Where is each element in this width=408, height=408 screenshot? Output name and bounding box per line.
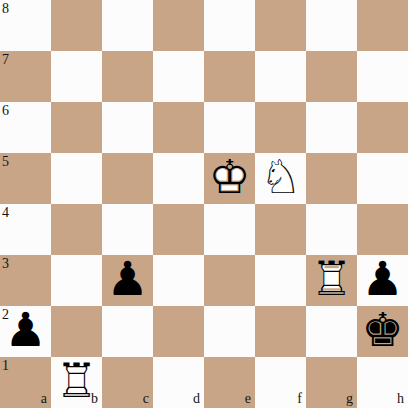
square-d1[interactable]: d	[153, 357, 204, 408]
black-king-icon: ♚	[361, 304, 403, 355]
file-label-a: a	[41, 392, 47, 406]
square-f4[interactable]	[255, 204, 306, 255]
square-c2[interactable]	[102, 306, 153, 357]
white-rook-icon: ♖	[55, 355, 97, 406]
black-pawn-icon: ♟	[106, 253, 148, 304]
rank-label-3: 3	[2, 257, 9, 271]
square-c1[interactable]: c	[102, 357, 153, 408]
square-h6[interactable]	[357, 102, 408, 153]
square-h4[interactable]	[357, 204, 408, 255]
square-e4[interactable]	[204, 204, 255, 255]
file-label-d: d	[193, 392, 200, 406]
piece-white-rook-b1[interactable]: ♜♖	[51, 357, 102, 408]
square-g5[interactable]	[306, 153, 357, 204]
square-e8[interactable]	[204, 0, 255, 51]
square-e1[interactable]: e	[204, 357, 255, 408]
square-d5[interactable]	[153, 153, 204, 204]
square-g2[interactable]	[306, 306, 357, 357]
chess-board: 8765♚♔♞♘43♟♜♖♟2♟♚1ab♜♖cdefgh	[0, 0, 408, 408]
square-c4[interactable]	[102, 204, 153, 255]
square-b7[interactable]	[51, 51, 102, 102]
square-g4[interactable]	[306, 204, 357, 255]
white-king-icon: ♔	[208, 151, 250, 202]
rank-label-7: 7	[2, 53, 9, 67]
piece-black-pawn-h3[interactable]: ♟	[357, 255, 408, 306]
piece-black-pawn-c3[interactable]: ♟	[102, 255, 153, 306]
square-g1[interactable]: g	[306, 357, 357, 408]
black-pawn-icon: ♟	[361, 253, 403, 304]
square-g8[interactable]	[306, 0, 357, 51]
square-h1[interactable]: h	[357, 357, 408, 408]
file-label-h: h	[397, 392, 404, 406]
white-knight-icon: ♘	[259, 151, 301, 202]
square-c7[interactable]	[102, 51, 153, 102]
square-a3[interactable]: 3	[0, 255, 51, 306]
piece-white-king-e5[interactable]: ♚♔	[204, 153, 255, 204]
square-f8[interactable]	[255, 0, 306, 51]
rank-label-6: 6	[2, 104, 9, 118]
file-label-c: c	[143, 392, 149, 406]
square-d3[interactable]	[153, 255, 204, 306]
square-f3[interactable]	[255, 255, 306, 306]
piece-black-pawn-a2[interactable]: ♟	[0, 306, 51, 357]
square-h3[interactable]: ♟	[357, 255, 408, 306]
square-e5[interactable]: ♚♔	[204, 153, 255, 204]
square-d6[interactable]	[153, 102, 204, 153]
square-c6[interactable]	[102, 102, 153, 153]
square-f1[interactable]: f	[255, 357, 306, 408]
square-e6[interactable]	[204, 102, 255, 153]
white-rook-icon: ♖	[310, 253, 352, 304]
piece-black-king-h2[interactable]: ♚	[357, 306, 408, 357]
square-e2[interactable]	[204, 306, 255, 357]
rank-label-4: 4	[2, 206, 9, 220]
square-b6[interactable]	[51, 102, 102, 153]
square-d4[interactable]	[153, 204, 204, 255]
square-a1[interactable]: 1a	[0, 357, 51, 408]
square-b2[interactable]	[51, 306, 102, 357]
square-a4[interactable]: 4	[0, 204, 51, 255]
square-b1[interactable]: b♜♖	[51, 357, 102, 408]
square-f6[interactable]	[255, 102, 306, 153]
square-c3[interactable]: ♟	[102, 255, 153, 306]
square-a8[interactable]: 8	[0, 0, 51, 51]
piece-white-rook-g3[interactable]: ♜♖	[306, 255, 357, 306]
rank-label-8: 8	[2, 2, 9, 16]
file-label-f: f	[297, 392, 302, 406]
rank-label-1: 1	[2, 359, 9, 373]
square-h7[interactable]	[357, 51, 408, 102]
square-d7[interactable]	[153, 51, 204, 102]
square-g6[interactable]	[306, 102, 357, 153]
square-a6[interactable]: 6	[0, 102, 51, 153]
square-c5[interactable]	[102, 153, 153, 204]
square-h8[interactable]	[357, 0, 408, 51]
square-d8[interactable]	[153, 0, 204, 51]
square-g3[interactable]: ♜♖	[306, 255, 357, 306]
square-c8[interactable]	[102, 0, 153, 51]
square-d2[interactable]	[153, 306, 204, 357]
square-a7[interactable]: 7	[0, 51, 51, 102]
square-a2[interactable]: 2♟	[0, 306, 51, 357]
square-f2[interactable]	[255, 306, 306, 357]
square-e7[interactable]	[204, 51, 255, 102]
file-label-g: g	[346, 392, 353, 406]
square-a5[interactable]: 5	[0, 153, 51, 204]
square-e3[interactable]	[204, 255, 255, 306]
piece-white-knight-f5[interactable]: ♞♘	[255, 153, 306, 204]
black-pawn-icon: ♟	[4, 304, 46, 355]
rank-label-5: 5	[2, 155, 9, 169]
square-b8[interactable]	[51, 0, 102, 51]
square-f7[interactable]	[255, 51, 306, 102]
square-b5[interactable]	[51, 153, 102, 204]
square-g7[interactable]	[306, 51, 357, 102]
file-label-e: e	[245, 392, 251, 406]
square-h5[interactable]	[357, 153, 408, 204]
square-b4[interactable]	[51, 204, 102, 255]
square-b3[interactable]	[51, 255, 102, 306]
square-f5[interactable]: ♞♘	[255, 153, 306, 204]
square-h2[interactable]: ♚	[357, 306, 408, 357]
